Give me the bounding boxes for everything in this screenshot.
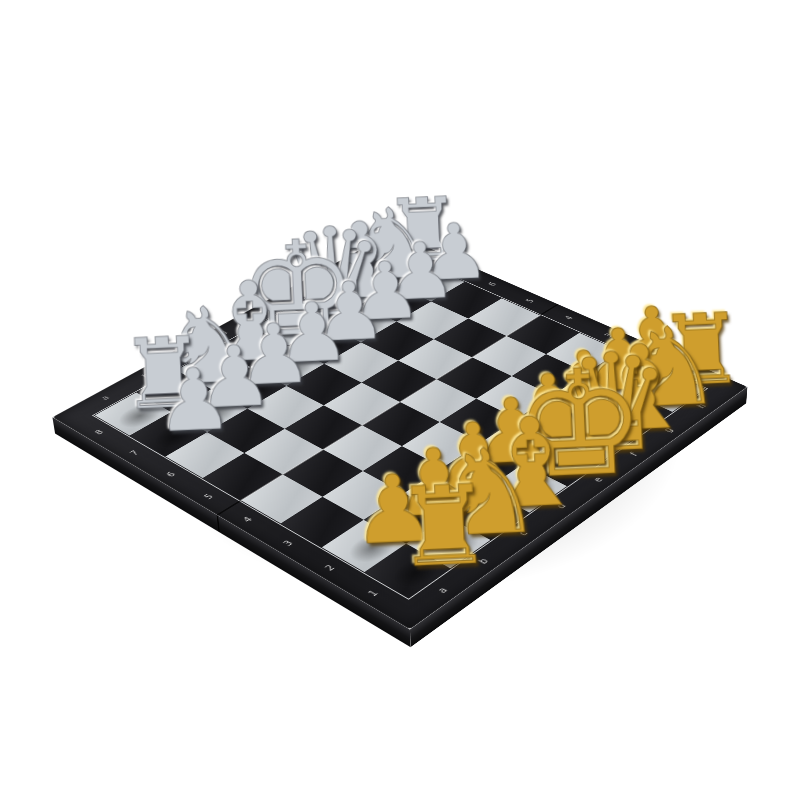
silver-pawn-a7[interactable]: ♟ [154, 356, 213, 444]
product-photo-stage: abcdefgh abcdefgh 87654321 87654321 ♜♞♝♚… [0, 0, 800, 800]
gold-rook-a1[interactable]: ♜ [393, 472, 459, 583]
scene: abcdefgh abcdefgh 87654321 87654321 ♜♞♝♚… [0, 0, 800, 800]
chess-board: abcdefgh abcdefgh 87654321 87654321 ♜♞♝♚… [52, 232, 747, 630]
